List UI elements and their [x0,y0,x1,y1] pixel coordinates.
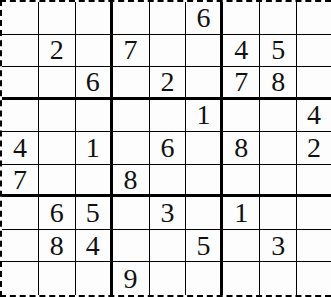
cell-r6c9[interactable] [297,165,331,198]
cell-value: 3 [271,232,285,260]
cell-r3c4[interactable] [113,67,150,100]
cell-r2c7[interactable]: 4 [223,35,260,68]
cell-r5c2[interactable] [39,132,76,165]
cell-r9c1[interactable] [2,262,39,295]
cell-r2c2[interactable]: 2 [39,35,76,68]
cell-r5c5[interactable]: 6 [150,132,187,165]
cell-r7c4[interactable] [113,197,150,230]
sudoku-board: 627456278144168278653184539 [0,0,331,297]
cell-r4c6[interactable]: 1 [186,100,223,133]
cell-r4c8[interactable] [260,100,297,133]
cell-value: 5 [86,199,100,227]
cell-r4c5[interactable] [150,100,187,133]
cell-r2c4[interactable]: 7 [113,35,150,68]
cell-r4c9[interactable]: 4 [297,100,331,133]
cell-r8c4[interactable] [113,230,150,263]
cell-value: 5 [196,232,210,260]
cell-r6c5[interactable] [150,165,187,198]
cell-r8c7[interactable] [223,230,260,263]
cell-r2c6[interactable] [186,35,223,68]
cell-r1c5[interactable] [150,2,187,35]
cell-r6c7[interactable] [223,165,260,198]
cell-r8c1[interactable] [2,230,39,263]
cell-value: 6 [196,4,210,32]
cell-r3c1[interactable] [2,67,39,100]
cell-r1c8[interactable] [260,2,297,35]
cell-r6c4[interactable]: 8 [113,165,150,198]
cell-r3c7[interactable]: 7 [223,67,260,100]
cell-r6c2[interactable] [39,165,76,198]
cell-r1c6[interactable]: 6 [186,2,223,35]
cell-r5c1[interactable]: 4 [2,132,39,165]
cell-value: 4 [13,134,27,162]
cell-r2c5[interactable] [150,35,187,68]
cell-value: 7 [13,166,27,194]
cell-value: 6 [86,68,100,96]
cell-r2c8[interactable]: 5 [260,35,297,68]
cell-r7c1[interactable] [2,197,39,230]
cell-r5c8[interactable] [260,132,297,165]
cell-r1c4[interactable] [113,2,150,35]
cell-value: 4 [234,36,248,64]
cell-r8c5[interactable] [150,230,187,263]
cell-r5c6[interactable] [186,132,223,165]
cell-r9c3[interactable] [76,262,113,295]
cell-r4c1[interactable] [2,100,39,133]
cell-r3c6[interactable] [186,67,223,100]
cell-value: 5 [271,36,285,64]
cell-r7c5[interactable]: 3 [150,197,187,230]
cell-r9c8[interactable] [260,262,297,295]
cell-r5c3[interactable]: 1 [76,132,113,165]
cell-r8c2[interactable]: 8 [39,230,76,263]
cell-r4c3[interactable] [76,100,113,133]
cell-r9c7[interactable] [223,262,260,295]
cell-r8c9[interactable] [297,230,331,263]
cell-value: 4 [86,232,100,260]
cell-r9c9[interactable] [297,262,331,295]
cell-r3c8[interactable]: 8 [260,67,297,100]
cell-r1c1[interactable] [2,2,39,35]
cell-value: 3 [160,199,174,227]
cell-value: 8 [50,232,64,260]
cell-value: 7 [234,68,248,96]
cell-value: 2 [307,134,321,162]
cell-r7c8[interactable] [260,197,297,230]
cell-r2c1[interactable] [2,35,39,68]
cell-r5c4[interactable] [113,132,150,165]
cell-r6c6[interactable] [186,165,223,198]
cell-value: 1 [86,134,100,162]
cell-value: 1 [196,101,210,129]
cell-r3c9[interactable] [297,67,331,100]
cell-value: 2 [50,36,64,64]
cell-value: 8 [234,134,248,162]
cell-r8c3[interactable]: 4 [76,230,113,263]
cell-r9c5[interactable] [150,262,187,295]
cell-r5c7[interactable]: 8 [223,132,260,165]
cell-r1c2[interactable] [39,2,76,35]
cell-r2c9[interactable] [297,35,331,68]
cell-value: 9 [124,265,138,293]
cell-value: 8 [124,166,138,194]
cell-r2c3[interactable] [76,35,113,68]
cell-value: 6 [50,199,64,227]
cell-value: 6 [160,134,174,162]
cell-r6c8[interactable] [260,165,297,198]
cell-value: 1 [234,199,248,227]
cell-r3c3[interactable]: 6 [76,67,113,100]
cell-r8c8[interactable]: 3 [260,230,297,263]
cell-r3c2[interactable] [39,67,76,100]
cell-r1c3[interactable] [76,2,113,35]
cell-r4c4[interactable] [113,100,150,133]
cell-value: 7 [124,36,138,64]
cell-r7c2[interactable]: 6 [39,197,76,230]
cell-r6c3[interactable] [76,165,113,198]
cell-r7c9[interactable] [297,197,331,230]
cell-r4c7[interactable] [223,100,260,133]
cell-r4c2[interactable] [39,100,76,133]
cell-r9c4[interactable]: 9 [113,262,150,295]
cell-r8c6[interactable]: 5 [186,230,223,263]
cell-r1c9[interactable] [297,2,331,35]
cell-r9c2[interactable] [39,262,76,295]
cell-r7c3[interactable]: 5 [76,197,113,230]
cell-r1c7[interactable] [223,2,260,35]
cell-value: 8 [271,68,285,96]
cell-value: 2 [160,68,174,96]
cell-r9c6[interactable] [186,262,223,295]
cell-value: 4 [307,101,321,129]
cell-r6c1[interactable]: 7 [2,165,39,198]
cell-r3c5[interactable]: 2 [150,67,187,100]
cell-r7c6[interactable] [186,197,223,230]
cell-r7c7[interactable]: 1 [223,197,260,230]
cell-r5c9[interactable]: 2 [297,132,331,165]
